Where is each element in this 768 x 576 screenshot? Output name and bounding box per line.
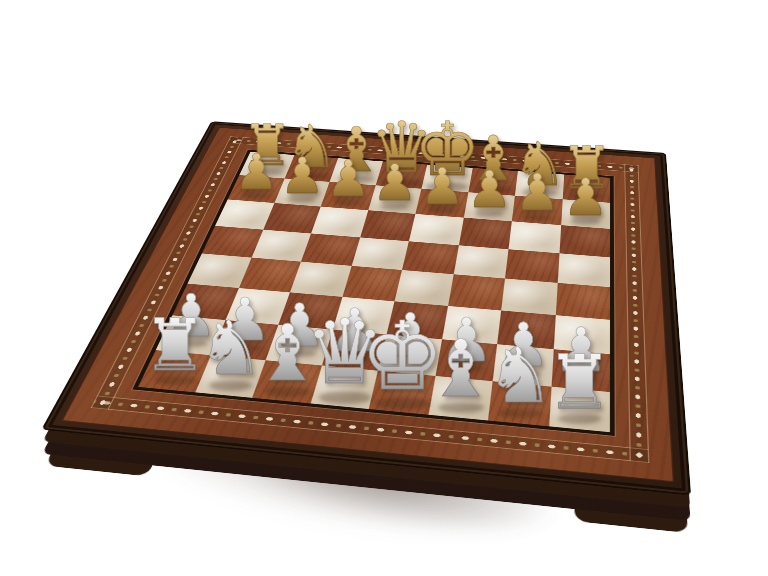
square-f6[interactable]: [458, 218, 511, 249]
square-e5[interactable]: [402, 241, 458, 274]
square-e6[interactable]: [409, 214, 463, 245]
square-f5[interactable]: [453, 245, 508, 279]
piece-black-pawn[interactable]: ♟: [234, 148, 278, 198]
piece-black-pawn[interactable]: ♟: [563, 172, 609, 223]
piece-black-pawn[interactable]: ♟: [419, 162, 464, 212]
square-g6[interactable]: [509, 221, 561, 253]
square-h5[interactable]: [557, 253, 610, 287]
piece-black-pawn[interactable]: ♟: [515, 168, 561, 219]
piece-black-pawn[interactable]: ♟: [280, 152, 325, 202]
piece-black-pawn[interactable]: ♟: [326, 155, 371, 205]
square-d6[interactable]: [360, 210, 416, 241]
piece-black-pawn[interactable]: ♟: [373, 158, 418, 208]
square-d5[interactable]: [351, 237, 409, 270]
square-c6[interactable]: [311, 207, 368, 238]
piece-white-rook[interactable]: ♜: [546, 346, 613, 421]
square-c5[interactable]: [301, 233, 360, 266]
piece-black-pawn[interactable]: ♟: [467, 165, 512, 216]
square-g5[interactable]: [505, 249, 559, 283]
square-h4[interactable]: [555, 283, 610, 320]
piece-white-knight[interactable]: ♞: [486, 338, 555, 415]
square-h6[interactable]: [559, 225, 610, 257]
chess-set-photo-scene: ♜♞♝♛♚♝♞♜♟♟♟♟♟♟♟♟♟♟♟♟♟♟♟♟♜♞♝♛♚♝♞♜: [0, 0, 768, 576]
